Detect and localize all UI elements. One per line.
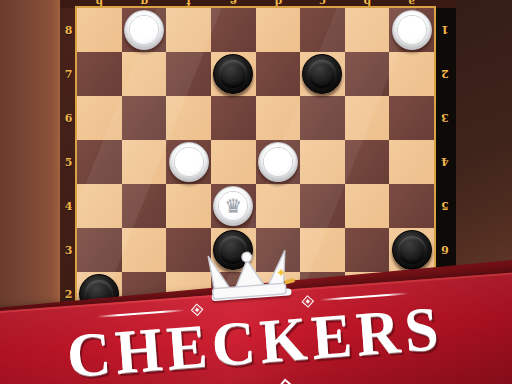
square-b3[interactable] (122, 228, 167, 272)
square-d5[interactable] (211, 140, 256, 184)
square-f6[interactable] (300, 96, 345, 140)
square-a5[interactable] (77, 140, 122, 184)
square-c7[interactable] (166, 52, 211, 96)
label-5: 5 (434, 184, 456, 228)
square-a3[interactable] (77, 228, 122, 272)
label-1: 1 (434, 8, 456, 52)
square-c8[interactable] (166, 8, 211, 52)
square-a4[interactable] (77, 184, 122, 228)
label-e: e (211, 0, 256, 8)
label-d: d (256, 0, 301, 8)
square-f4[interactable] (300, 184, 345, 228)
square-c6[interactable] (166, 96, 211, 140)
square-h6[interactable] (389, 96, 434, 140)
square-h4[interactable] (389, 184, 434, 228)
label-8: 8 (60, 8, 77, 52)
white-man-h8[interactable] (390, 8, 434, 52)
label-3: 3 (60, 228, 77, 272)
square-e8[interactable] (256, 8, 301, 52)
square-g4[interactable] (345, 184, 390, 228)
label-4: 4 (434, 140, 456, 184)
square-b6[interactable] (122, 96, 167, 140)
square-h7[interactable] (389, 52, 434, 96)
label-5: 5 (60, 140, 77, 184)
label-h: h (77, 0, 122, 8)
square-h5[interactable] (389, 140, 434, 184)
square-e6[interactable] (256, 96, 301, 140)
square-b5[interactable] (122, 140, 167, 184)
square-g7[interactable] (345, 52, 390, 96)
square-a8[interactable] (77, 8, 122, 52)
square-d8[interactable] (211, 8, 256, 52)
white-man-b8[interactable] (122, 8, 166, 52)
black-man-f7[interactable] (300, 52, 344, 96)
square-a7[interactable] (77, 52, 122, 96)
label-b: b (345, 0, 390, 8)
square-g3[interactable] (345, 228, 390, 272)
square-g5[interactable] (345, 140, 390, 184)
square-f5[interactable] (300, 140, 345, 184)
square-b7[interactable] (122, 52, 167, 96)
label-f: f (166, 0, 211, 8)
square-a6[interactable] (77, 96, 122, 140)
square-d6[interactable] (211, 96, 256, 140)
label-3: 3 (434, 96, 456, 140)
square-f8[interactable] (300, 8, 345, 52)
square-c4[interactable] (166, 184, 211, 228)
label-7: 7 (60, 52, 77, 96)
gold-sparkle-icon: ✦ (276, 266, 287, 281)
king-crown-icon: ♛ (211, 184, 255, 228)
square-g6[interactable] (345, 96, 390, 140)
black-man-d7[interactable] (211, 52, 255, 96)
white-man-e5[interactable] (256, 140, 300, 184)
label-2: 2 (434, 52, 456, 96)
square-b4[interactable] (122, 184, 167, 228)
file-labels-top: hgfedcba (77, 0, 434, 8)
label-4: 4 (60, 184, 77, 228)
white-king-d4[interactable]: ♛ (211, 184, 255, 228)
square-g8[interactable] (345, 8, 390, 52)
square-f3[interactable] (300, 228, 345, 272)
checkers-game-screen: 87654321 12345678 hgfedcba ♛ ✦ CHECKERS (0, 0, 512, 384)
label-g: g (122, 0, 167, 8)
label-a: a (389, 0, 434, 8)
square-e4[interactable] (256, 184, 301, 228)
square-e7[interactable] (256, 52, 301, 96)
label-6: 6 (60, 96, 77, 140)
white-man-c5[interactable] (167, 140, 211, 184)
label-c: c (300, 0, 345, 8)
black-man-h3[interactable] (390, 228, 434, 272)
